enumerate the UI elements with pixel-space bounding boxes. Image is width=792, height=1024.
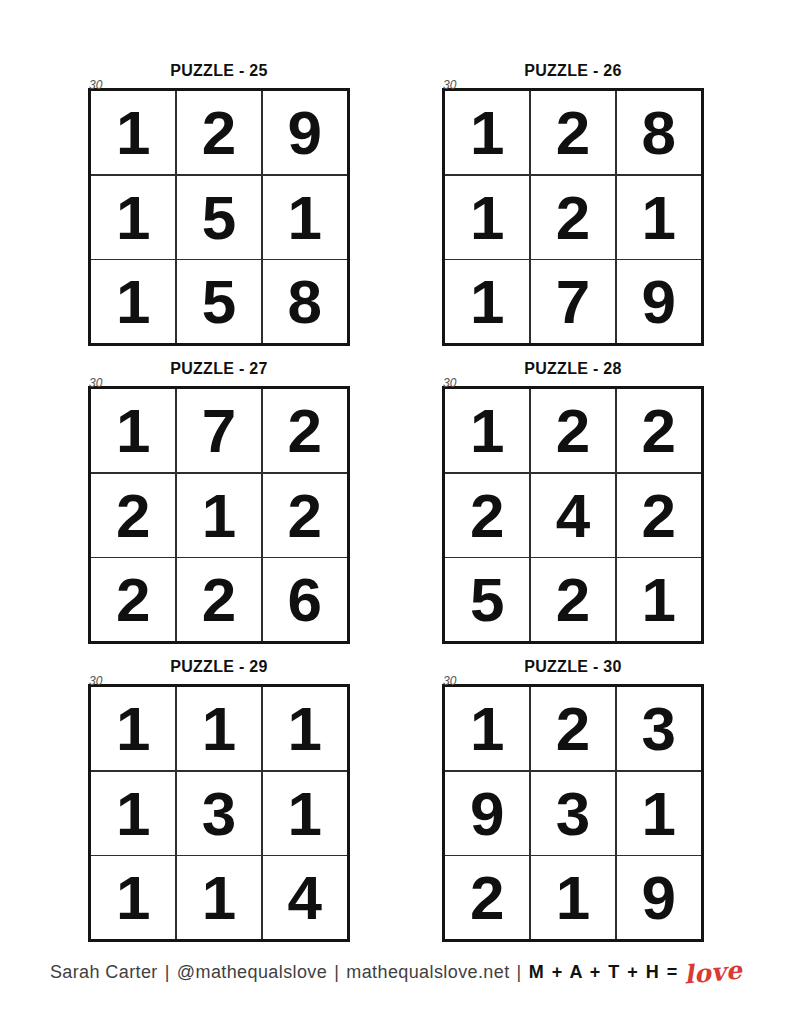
puzzle-cell: 1	[445, 687, 529, 770]
puzzle-cell: 7	[531, 260, 615, 343]
page-footer: Sarah Carter|@mathequalslove|mathequalsl…	[0, 958, 792, 987]
puzzle-cell: 2	[531, 687, 615, 770]
puzzle-title: PUZZLE - 25	[88, 62, 350, 79]
puzzle-cell: 2	[91, 558, 175, 641]
puzzle-cell: 2	[617, 389, 701, 472]
puzzle-30: 30 PUZZLE - 30 1 2 3 9 3 1 2 1 9	[442, 658, 704, 942]
puzzle-cell: 2	[263, 474, 347, 557]
puzzle-cell: 2	[177, 558, 261, 641]
puzzle-cell: 2	[445, 856, 529, 939]
puzzle-cell: 1	[531, 856, 615, 939]
footer-separator: |	[334, 962, 339, 982]
puzzle-cell: 2	[177, 91, 261, 174]
puzzle-cell: 1	[617, 772, 701, 855]
puzzle-29-header: 30 PUZZLE - 29	[88, 658, 350, 684]
footer-handle: @mathequalslove	[177, 962, 327, 982]
puzzle-cell: 9	[617, 260, 701, 343]
puzzle-cell: 5	[177, 176, 261, 259]
puzzle-cell: 1	[91, 772, 175, 855]
puzzle-cell: 1	[617, 558, 701, 641]
puzzle-cell: 1	[445, 91, 529, 174]
puzzle-cell: 1	[263, 176, 347, 259]
puzzle-cell: 1	[91, 260, 175, 343]
target-label: 30	[443, 377, 456, 389]
puzzle-30-header: 30 PUZZLE - 30	[442, 658, 704, 684]
puzzle-cell: 4	[531, 474, 615, 557]
puzzle-cell: 1	[91, 687, 175, 770]
puzzle-grid: 1 2 2 2 4 2 5 2 1	[442, 386, 704, 644]
puzzle-cell: 2	[531, 91, 615, 174]
puzzle-cell: 8	[263, 260, 347, 343]
puzzle-grid: 1 2 9 1 5 1 1 5 8	[88, 88, 350, 346]
puzzle-cell: 9	[263, 91, 347, 174]
puzzle-cell: 2	[263, 389, 347, 472]
puzzle-cell: 1	[177, 474, 261, 557]
puzzle-25: 30 PUZZLE - 25 1 2 9 1 5 1 1 5 8	[88, 62, 350, 346]
puzzle-28-header: 30 PUZZLE - 28	[442, 360, 704, 386]
puzzle-cell: 5	[445, 558, 529, 641]
puzzle-cell: 1	[445, 176, 529, 259]
puzzle-cell: 1	[263, 772, 347, 855]
puzzle-cell: 1	[445, 260, 529, 343]
puzzle-cell: 2	[91, 474, 175, 557]
puzzle-27-header: 30 PUZZLE - 27	[88, 360, 350, 386]
footer-website: mathequalslove.net	[346, 962, 509, 982]
puzzle-cell: 6	[263, 558, 347, 641]
target-label: 30	[443, 675, 456, 687]
puzzle-cell: 2	[445, 474, 529, 557]
puzzle-cell: 1	[91, 176, 175, 259]
puzzle-grid: 1 7 2 2 1 2 2 2 6	[88, 386, 350, 644]
puzzle-cell: 4	[263, 856, 347, 939]
footer-separator: |	[165, 962, 170, 982]
puzzle-grid: 1 2 8 1 2 1 1 7 9	[442, 88, 704, 346]
puzzle-cell: 9	[445, 772, 529, 855]
puzzle-cell: 1	[91, 856, 175, 939]
puzzle-25-header: 30 PUZZLE - 25	[88, 62, 350, 88]
target-label: 30	[89, 675, 102, 687]
puzzle-29: 30 PUZZLE - 29 1 1 1 1 3 1 1 1 4	[88, 658, 350, 942]
puzzle-grid: 1 1 1 1 3 1 1 1 4	[88, 684, 350, 942]
puzzle-cell: 2	[531, 389, 615, 472]
puzzle-cell: 1	[177, 687, 261, 770]
puzzle-cell: 3	[617, 687, 701, 770]
puzzle-cell: 7	[177, 389, 261, 472]
footer-separator: |	[517, 962, 522, 982]
footer-love-script: love	[683, 956, 744, 990]
puzzle-cell: 9	[617, 856, 701, 939]
puzzle-cell: 1	[177, 856, 261, 939]
puzzle-cell: 2	[531, 558, 615, 641]
footer-author: Sarah Carter	[50, 962, 158, 982]
puzzle-cell: 2	[617, 474, 701, 557]
puzzle-cell: 3	[177, 772, 261, 855]
target-label: 30	[89, 79, 102, 91]
puzzle-cell: 1	[91, 91, 175, 174]
puzzle-cell: 2	[531, 176, 615, 259]
puzzle-28: 30 PUZZLE - 28 1 2 2 2 4 2 5 2 1	[442, 360, 704, 644]
target-label: 30	[89, 377, 102, 389]
puzzle-27: 30 PUZZLE - 27 1 7 2 2 1 2 2 2 6	[88, 360, 350, 644]
puzzle-cell: 1	[617, 176, 701, 259]
puzzle-cell: 1	[263, 687, 347, 770]
puzzle-cell: 5	[177, 260, 261, 343]
puzzle-cell: 8	[617, 91, 701, 174]
puzzle-cell: 1	[445, 389, 529, 472]
worksheet-page: 30 PUZZLE - 25 1 2 9 1 5 1 1 5 8 30 PUZZ…	[0, 0, 792, 1024]
puzzle-title: PUZZLE - 27	[88, 360, 350, 377]
puzzle-title: PUZZLE - 29	[88, 658, 350, 675]
puzzle-cell: 3	[531, 772, 615, 855]
puzzle-cell: 1	[91, 389, 175, 472]
puzzle-title: PUZZLE - 26	[442, 62, 704, 79]
target-label: 30	[443, 79, 456, 91]
puzzle-layout: 30 PUZZLE - 25 1 2 9 1 5 1 1 5 8 30 PUZZ…	[0, 0, 792, 942]
puzzle-26-header: 30 PUZZLE - 26	[442, 62, 704, 88]
puzzle-title: PUZZLE - 28	[442, 360, 704, 377]
footer-math-equals-love: M + A + T + H =	[529, 962, 679, 982]
puzzle-title: PUZZLE - 30	[442, 658, 704, 675]
puzzle-grid: 1 2 3 9 3 1 2 1 9	[442, 684, 704, 942]
puzzle-26: 30 PUZZLE - 26 1 2 8 1 2 1 1 7 9	[442, 62, 704, 346]
